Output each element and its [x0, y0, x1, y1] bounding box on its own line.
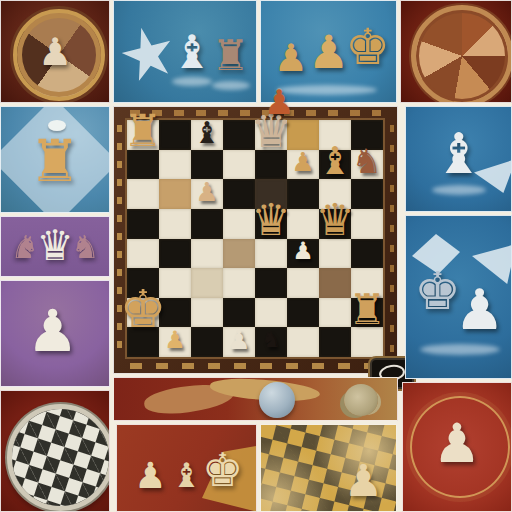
checkered-plate-icon [7, 404, 110, 511]
gold-rook-icon: ♜ [29, 132, 81, 190]
gold-pawn-icon: ♟ [274, 39, 308, 77]
tile-purple-pawn: ♟ [0, 280, 110, 387]
pink-knight-icon: ♞ [71, 232, 100, 264]
orange-glass-pawn: ♟ [264, 85, 294, 119]
cream-pawn-icon: ♟ [134, 459, 166, 495]
gold-king-icon: ♚ [345, 22, 390, 72]
gold-pawn: ♟ [291, 149, 314, 175]
tile-left-gold-rook: ♜ [0, 106, 110, 213]
floral-cluster-icon [344, 384, 378, 416]
white-queen-icon: ♛ [36, 225, 74, 267]
tile-top-left-ornament: ♟ [0, 0, 110, 103]
gold-queen: ♛ [315, 198, 354, 242]
gold-rook: ♜ [123, 109, 162, 153]
collage-root: { "game": "chess", "artwork_type": "surr… [0, 0, 512, 512]
white-pawn: ♟ [227, 327, 250, 353]
board-pieces: ♜♝♛♟♝♞♟♛♛♟♚♜♟♟♞ [127, 120, 383, 357]
gold-king: ♚ [120, 282, 167, 334]
white-pawn-icon: ♟ [27, 302, 79, 360]
cream-pawn-icon: ♟ [344, 459, 383, 503]
tile-top-right-ornament [400, 0, 512, 103]
bronze-wheel-icon [411, 5, 512, 103]
cream-pawn-icon: ♟ [38, 33, 72, 71]
bottom-frame-strip [113, 377, 398, 421]
frame-trim [390, 125, 394, 353]
tile-right-king-pawn: ♚ ♟ [405, 215, 512, 379]
gold-bishop: ♝ [318, 142, 352, 180]
cream-bishop-icon: ♝ [171, 458, 201, 492]
rust-rook-icon: ♜ [212, 34, 250, 76]
tile-yellow-checks: ♟ [260, 424, 397, 512]
cream-king-icon: ♚ [202, 447, 243, 493]
gold-rook: ♜ [348, 288, 386, 330]
tile-top-glass-pieces: ♝ ♜ [113, 0, 257, 103]
brown-knight: ♞ [352, 145, 382, 179]
gold-pawn-icon: ♟ [308, 28, 349, 74]
dark-bishop: ♝ [194, 117, 221, 147]
gold-queen: ♛ [251, 198, 290, 242]
frame-trim [130, 363, 381, 369]
tile-right-bishop: ♝ [405, 106, 512, 212]
white-bishop-icon: ♝ [433, 126, 483, 182]
chessboard: ♟ ♜♝♛♟♝♞♟♛♛♟♚♜♟♟♞ [113, 106, 398, 374]
black-knight: ♞ [261, 329, 281, 351]
glass-bishop-icon: ♝ [171, 28, 212, 74]
tan-figurine: ♟ [195, 179, 218, 205]
cream-pawn-icon: ♟ [433, 417, 481, 471]
tile-bottom-cream-pieces: ♟ ♝ ♚ [116, 424, 257, 512]
pink-knight-icon: ♞ [10, 232, 39, 264]
white-pawn-icon: ♟ [454, 282, 504, 338]
tile-bottom-right-pawn: ♟ [402, 382, 512, 512]
marble-sphere-icon [259, 382, 295, 418]
tile-checkered-plate [0, 390, 110, 512]
white-pawn: ♟ [292, 239, 314, 263]
white-cap-icon [48, 120, 66, 131]
tile-purple-queen: ♞ ♞ ♛ [0, 216, 110, 277]
star-icon [116, 22, 180, 89]
gold-candle: ♟ [164, 328, 186, 352]
board-inner: ♜♝♛♟♝♞♟♛♛♟♚♜♟♟♞ [127, 120, 383, 357]
